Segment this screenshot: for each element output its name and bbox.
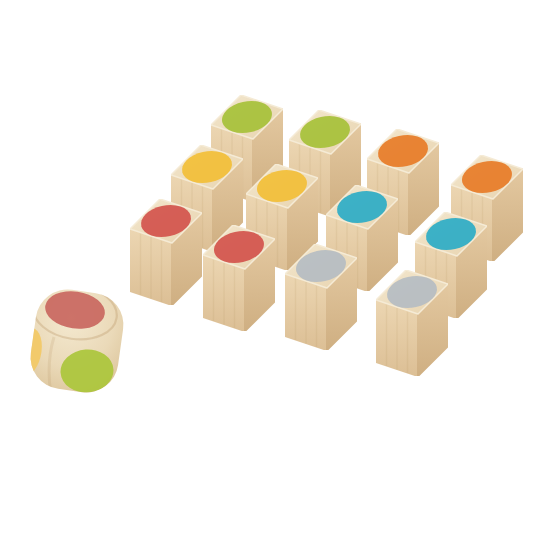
cube-red [130, 199, 202, 305]
cube-gray [285, 244, 357, 350]
cube-gray [376, 270, 448, 376]
product-photo [0, 0, 550, 550]
cube-red [203, 225, 275, 331]
cube-grid [0, 0, 550, 550]
color-die [24, 281, 128, 403]
